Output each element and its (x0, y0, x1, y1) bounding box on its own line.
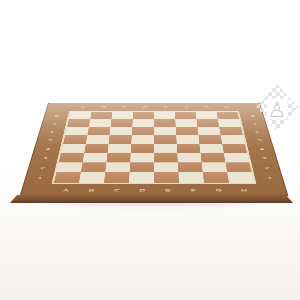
square-f5 (176, 135, 199, 144)
square-e7 (154, 119, 176, 127)
board-squares (52, 111, 257, 184)
square-g5 (198, 135, 222, 144)
square-a7 (67, 119, 90, 127)
file-label-bottom-g: G (215, 188, 222, 192)
square-d4 (131, 144, 154, 153)
file-label-bottom-e: E (165, 188, 171, 192)
square-d8 (133, 112, 154, 120)
file-label-bottom-a: A (63, 188, 70, 192)
square-c1 (104, 172, 130, 182)
square-h6 (219, 127, 243, 135)
file-label-bottom-f: F (191, 188, 196, 192)
square-g3 (201, 153, 226, 162)
file-label-bottom-c: C (114, 188, 120, 192)
square-e1 (154, 172, 179, 182)
square-h2 (225, 162, 251, 172)
rank-label-left-4: 4 (45, 147, 50, 150)
square-c3 (106, 153, 130, 162)
square-h5 (221, 135, 245, 144)
file-label-bottom-b: B (88, 188, 95, 192)
square-a5 (63, 135, 87, 144)
square-c6 (110, 127, 133, 135)
square-g8 (196, 112, 218, 120)
file-label-top-g: G (204, 106, 210, 108)
square-g7 (197, 119, 220, 127)
square-b6 (87, 127, 110, 135)
file-label-bottom-d: D (139, 188, 145, 192)
file-label-top-b: B (101, 106, 106, 108)
square-e6 (154, 127, 176, 135)
square-e8 (154, 112, 175, 120)
square-h7 (218, 119, 241, 127)
rank-label-right-2: 2 (265, 166, 270, 169)
rank-label-right-4: 4 (260, 147, 265, 150)
square-d7 (132, 119, 154, 127)
square-a1 (54, 172, 81, 182)
square-a4 (61, 144, 86, 153)
chess-board: AABBCCDDEEFFGGHH8877665544332211 (19, 103, 288, 196)
rank-label-left-6: 6 (50, 130, 55, 133)
rank-label-left-2: 2 (40, 166, 45, 169)
square-b2 (81, 162, 107, 172)
square-e3 (154, 153, 178, 162)
square-a3 (59, 153, 84, 162)
square-f2 (178, 162, 203, 172)
watermark-piece-badge: ♙ (267, 98, 288, 119)
rank-label-right-3: 3 (262, 157, 267, 160)
file-label-top-h: H (224, 106, 229, 108)
square-c5 (109, 135, 132, 144)
square-g1 (203, 172, 229, 182)
fold-seam-left-edge (36, 144, 62, 145)
rank-label-left-3: 3 (43, 157, 48, 160)
file-label-top-d: D (142, 106, 147, 108)
square-d6 (132, 127, 154, 135)
board-front-edge (10, 195, 293, 203)
square-c7 (111, 119, 133, 127)
square-b3 (83, 153, 108, 162)
pawn-icon: ♙ (268, 98, 287, 119)
square-a2 (56, 162, 82, 172)
square-f4 (177, 144, 201, 153)
fold-seam-right-edge (246, 144, 272, 145)
pixel-diamond-chess-logo: ♙ (256, 84, 298, 132)
square-d5 (131, 135, 154, 144)
rank-label-left-5: 5 (48, 139, 53, 142)
square-c4 (107, 144, 131, 153)
square-b8 (90, 112, 112, 120)
square-e5 (154, 135, 177, 144)
square-f8 (175, 112, 197, 120)
square-b4 (84, 144, 108, 153)
square-f1 (178, 172, 204, 182)
square-g4 (199, 144, 223, 153)
rank-label-left-1: 1 (37, 176, 42, 179)
square-d2 (130, 162, 154, 172)
file-label-top-f: F (184, 106, 188, 108)
rank-label-right-1: 1 (267, 176, 272, 179)
square-a8 (69, 112, 92, 120)
square-b7 (89, 119, 112, 127)
square-g6 (197, 127, 220, 135)
square-e4 (154, 144, 177, 153)
square-b5 (86, 135, 110, 144)
square-c2 (105, 162, 130, 172)
square-f3 (177, 153, 201, 162)
rank-label-right-8: 8 (251, 115, 256, 117)
rank-label-right-5: 5 (257, 139, 262, 142)
square-c8 (111, 112, 133, 120)
file-label-bottom-h: H (241, 188, 248, 192)
square-e2 (154, 162, 178, 172)
file-label-top-c: C (122, 106, 127, 108)
square-a6 (65, 127, 89, 135)
square-b1 (79, 172, 105, 182)
square-d1 (129, 172, 154, 182)
square-h1 (227, 172, 254, 182)
square-h3 (224, 153, 249, 162)
square-f6 (176, 127, 199, 135)
square-g2 (202, 162, 228, 172)
square-d3 (130, 153, 154, 162)
file-label-top-a: A (80, 106, 85, 108)
file-label-top-e: E (163, 106, 168, 108)
product-photo: AABBCCDDEEFFGGHH8877665544332211 ♙ (0, 0, 300, 300)
square-f7 (175, 119, 197, 127)
square-h4 (222, 144, 247, 153)
square-h8 (216, 112, 239, 120)
rank-label-left-8: 8 (55, 115, 59, 117)
rank-label-left-7: 7 (53, 122, 58, 125)
